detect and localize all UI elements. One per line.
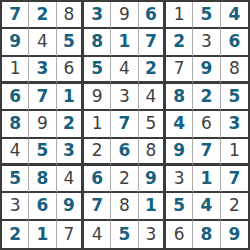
- sudoku-cell-r2c2[interactable]: 4: [29, 29, 56, 56]
- sudoku-cell-r4c7[interactable]: 8: [166, 84, 193, 111]
- sudoku-cell-r1c8[interactable]: 5: [193, 2, 220, 29]
- sudoku-cell-r6c4[interactable]: 2: [84, 139, 111, 166]
- sudoku-cell-r1c5[interactable]: 9: [111, 2, 138, 29]
- sudoku-cell-r5c7[interactable]: 4: [166, 111, 193, 138]
- sudoku-cell-r3c6[interactable]: 2: [139, 57, 166, 84]
- sudoku-cell-r4c2[interactable]: 7: [29, 84, 56, 111]
- sudoku-cell-r9c9[interactable]: 9: [221, 221, 248, 248]
- sudoku-board: 7283961549458172361365427986719348258921…: [0, 0, 250, 250]
- sudoku-cell-r7c2[interactable]: 8: [29, 166, 56, 193]
- sudoku-cell-r8c9[interactable]: 2: [221, 193, 248, 220]
- sudoku-cell-r4c5[interactable]: 3: [111, 84, 138, 111]
- sudoku-cell-r3c3[interactable]: 6: [57, 57, 84, 84]
- sudoku-cell-r8c3[interactable]: 9: [57, 193, 84, 220]
- sudoku-cell-r5c2[interactable]: 9: [29, 111, 56, 138]
- sudoku-cell-r9c7[interactable]: 6: [166, 221, 193, 248]
- sudoku-cell-r8c8[interactable]: 4: [193, 193, 220, 220]
- sudoku-cell-r6c2[interactable]: 5: [29, 139, 56, 166]
- sudoku-cell-r1c2[interactable]: 2: [29, 2, 56, 29]
- sudoku-cell-r9c5[interactable]: 5: [111, 221, 138, 248]
- sudoku-cell-r9c8[interactable]: 8: [193, 221, 220, 248]
- sudoku-cell-r2c9[interactable]: 6: [221, 29, 248, 56]
- sudoku-cell-r2c6[interactable]: 7: [139, 29, 166, 56]
- sudoku-cell-r2c3[interactable]: 5: [57, 29, 84, 56]
- sudoku-cell-r4c8[interactable]: 2: [193, 84, 220, 111]
- sudoku-cell-r1c9[interactable]: 4: [221, 2, 248, 29]
- sudoku-cell-r5c8[interactable]: 6: [193, 111, 220, 138]
- sudoku-cell-r6c1[interactable]: 4: [2, 139, 29, 166]
- sudoku-cell-r3c4[interactable]: 5: [84, 57, 111, 84]
- sudoku-cell-r5c9[interactable]: 3: [221, 111, 248, 138]
- sudoku-cell-r8c4[interactable]: 7: [84, 193, 111, 220]
- sudoku-cell-r5c6[interactable]: 5: [139, 111, 166, 138]
- sudoku-cell-r2c7[interactable]: 2: [166, 29, 193, 56]
- sudoku-cell-r1c3[interactable]: 8: [57, 2, 84, 29]
- sudoku-cell-r9c1[interactable]: 2: [2, 221, 29, 248]
- sudoku-cell-r7c6[interactable]: 9: [139, 166, 166, 193]
- sudoku-cell-r6c9[interactable]: 1: [221, 139, 248, 166]
- sudoku-cell-r7c1[interactable]: 5: [2, 166, 29, 193]
- sudoku-cell-r8c6[interactable]: 1: [139, 193, 166, 220]
- sudoku-cell-r6c6[interactable]: 8: [139, 139, 166, 166]
- sudoku-cell-r7c7[interactable]: 3: [166, 166, 193, 193]
- sudoku-cell-r2c4[interactable]: 8: [84, 29, 111, 56]
- sudoku-cell-r6c5[interactable]: 6: [111, 139, 138, 166]
- sudoku-cell-r3c5[interactable]: 4: [111, 57, 138, 84]
- sudoku-cell-r4c1[interactable]: 6: [2, 84, 29, 111]
- sudoku-cell-r3c2[interactable]: 3: [29, 57, 56, 84]
- sudoku-cell-r3c1[interactable]: 1: [2, 57, 29, 84]
- sudoku-cell-r1c6[interactable]: 6: [139, 2, 166, 29]
- sudoku-cell-r7c8[interactable]: 1: [193, 166, 220, 193]
- sudoku-cell-r6c3[interactable]: 3: [57, 139, 84, 166]
- sudoku-cell-r9c4[interactable]: 4: [84, 221, 111, 248]
- sudoku-cell-r7c9[interactable]: 7: [221, 166, 248, 193]
- sudoku-cell-r7c4[interactable]: 6: [84, 166, 111, 193]
- sudoku-cell-r5c3[interactable]: 2: [57, 111, 84, 138]
- sudoku-cell-r3c8[interactable]: 9: [193, 57, 220, 84]
- sudoku-cell-r4c4[interactable]: 9: [84, 84, 111, 111]
- sudoku-cell-r4c9[interactable]: 5: [221, 84, 248, 111]
- sudoku-cell-r5c4[interactable]: 1: [84, 111, 111, 138]
- sudoku-cell-r1c7[interactable]: 1: [166, 2, 193, 29]
- sudoku-cell-r6c7[interactable]: 9: [166, 139, 193, 166]
- sudoku-cell-r6c8[interactable]: 7: [193, 139, 220, 166]
- sudoku-cell-r9c6[interactable]: 3: [139, 221, 166, 248]
- sudoku-cell-r9c3[interactable]: 7: [57, 221, 84, 248]
- sudoku-cell-r7c3[interactable]: 4: [57, 166, 84, 193]
- sudoku-cell-r5c5[interactable]: 7: [111, 111, 138, 138]
- sudoku-cell-r2c5[interactable]: 1: [111, 29, 138, 56]
- sudoku-cell-r2c8[interactable]: 3: [193, 29, 220, 56]
- sudoku-cell-r1c1[interactable]: 7: [2, 2, 29, 29]
- sudoku-cell-r1c4[interactable]: 3: [84, 2, 111, 29]
- sudoku-cell-r7c5[interactable]: 2: [111, 166, 138, 193]
- sudoku-cell-r4c6[interactable]: 4: [139, 84, 166, 111]
- sudoku-cell-r4c3[interactable]: 1: [57, 84, 84, 111]
- sudoku-cell-r9c2[interactable]: 1: [29, 221, 56, 248]
- sudoku-cell-r3c9[interactable]: 8: [221, 57, 248, 84]
- sudoku-cell-r2c1[interactable]: 9: [2, 29, 29, 56]
- sudoku-cell-r8c7[interactable]: 5: [166, 193, 193, 220]
- sudoku-cell-r3c7[interactable]: 7: [166, 57, 193, 84]
- sudoku-cell-r5c1[interactable]: 8: [2, 111, 29, 138]
- sudoku-cell-r8c5[interactable]: 8: [111, 193, 138, 220]
- sudoku-cell-r8c2[interactable]: 6: [29, 193, 56, 220]
- sudoku-cell-r8c1[interactable]: 3: [2, 193, 29, 220]
